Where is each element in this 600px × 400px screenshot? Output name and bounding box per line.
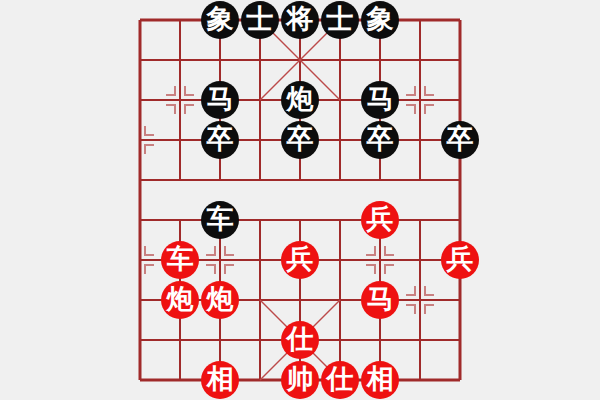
red-cannon-piece[interactable]: 炮 (201, 281, 239, 319)
intersection-4-3[interactable]: 卒 (280, 120, 320, 160)
intersection-4-8[interactable]: 仕 (280, 320, 320, 360)
intersection-6-0[interactable]: 象 (360, 0, 400, 40)
black-general-piece[interactable]: 将 (281, 1, 319, 39)
intersection-0-1[interactable] (120, 40, 160, 80)
black-chariot-piece[interactable]: 车 (201, 201, 239, 239)
intersection-3-0[interactable]: 士 (240, 0, 280, 40)
intersection-6-2[interactable]: 马 (360, 80, 400, 120)
intersection-8-5[interactable] (440, 200, 480, 240)
red-soldier-piece[interactable]: 兵 (361, 201, 399, 239)
red-elephant-piece[interactable]: 相 (201, 361, 239, 399)
intersection-2-8[interactable] (200, 320, 240, 360)
intersection-1-2[interactable] (160, 80, 200, 120)
black-soldier-piece[interactable]: 卒 (281, 121, 319, 159)
intersection-7-3[interactable] (400, 120, 440, 160)
red-advisor-piece[interactable]: 仕 (281, 321, 319, 359)
intersection-1-9[interactable] (160, 360, 200, 400)
intersection-4-1[interactable] (280, 40, 320, 80)
intersection-5-6[interactable] (320, 240, 360, 280)
black-horse-piece[interactable]: 马 (361, 81, 399, 119)
black-soldier-piece[interactable]: 卒 (201, 121, 239, 159)
board-grid: 象士将士象马炮马卒卒卒卒车兵车兵兵炮炮马仕相帅仕相 (120, 0, 480, 400)
red-advisor-piece[interactable]: 仕 (321, 361, 359, 399)
intersection-3-7[interactable] (240, 280, 280, 320)
intersection-2-6[interactable] (200, 240, 240, 280)
intersection-8-7[interactable] (440, 280, 480, 320)
intersection-2-7[interactable]: 炮 (200, 280, 240, 320)
intersection-0-7[interactable] (120, 280, 160, 320)
intersection-7-2[interactable] (400, 80, 440, 120)
intersection-4-2[interactable]: 炮 (280, 80, 320, 120)
intersection-0-5[interactable] (120, 200, 160, 240)
intersection-0-4[interactable] (120, 160, 160, 200)
intersection-3-5[interactable] (240, 200, 280, 240)
intersection-0-8[interactable] (120, 320, 160, 360)
red-cannon-piece[interactable]: 炮 (161, 281, 199, 319)
intersection-0-2[interactable] (120, 80, 160, 120)
intersection-1-7[interactable]: 炮 (160, 280, 200, 320)
intersection-3-3[interactable] (240, 120, 280, 160)
intersection-8-8[interactable] (440, 320, 480, 360)
intersection-5-2[interactable] (320, 80, 360, 120)
intersection-3-9[interactable] (240, 360, 280, 400)
intersection-1-0[interactable] (160, 0, 200, 40)
intersection-2-5[interactable]: 车 (200, 200, 240, 240)
black-soldier-piece[interactable]: 卒 (361, 121, 399, 159)
intersection-1-3[interactable] (160, 120, 200, 160)
black-soldier-piece[interactable]: 卒 (441, 121, 479, 159)
red-soldier-piece[interactable]: 兵 (281, 241, 319, 279)
intersection-1-4[interactable] (160, 160, 200, 200)
intersection-4-7[interactable] (280, 280, 320, 320)
intersection-1-8[interactable] (160, 320, 200, 360)
intersection-0-0[interactable] (120, 0, 160, 40)
intersection-8-6[interactable]: 兵 (440, 240, 480, 280)
black-advisor-piece[interactable]: 士 (241, 1, 279, 39)
red-soldier-piece[interactable]: 兵 (441, 241, 479, 279)
intersection-6-7[interactable]: 马 (360, 280, 400, 320)
intersection-5-0[interactable]: 士 (320, 0, 360, 40)
intersection-3-1[interactable] (240, 40, 280, 80)
intersection-4-0[interactable]: 将 (280, 0, 320, 40)
intersection-2-1[interactable] (200, 40, 240, 80)
red-chariot-piece[interactable]: 车 (161, 241, 199, 279)
intersection-0-3[interactable] (120, 120, 160, 160)
intersection-6-9[interactable]: 相 (360, 360, 400, 400)
intersection-2-3[interactable]: 卒 (200, 120, 240, 160)
black-horse-piece[interactable]: 马 (201, 81, 239, 119)
intersection-5-9[interactable]: 仕 (320, 360, 360, 400)
intersection-2-9[interactable]: 相 (200, 360, 240, 400)
intersection-6-1[interactable] (360, 40, 400, 80)
black-advisor-piece[interactable]: 士 (321, 1, 359, 39)
intersection-6-5[interactable]: 兵 (360, 200, 400, 240)
intersection-3-6[interactable] (240, 240, 280, 280)
intersection-4-5[interactable] (280, 200, 320, 240)
intersection-7-0[interactable] (400, 0, 440, 40)
intersection-7-5[interactable] (400, 200, 440, 240)
intersection-7-9[interactable] (400, 360, 440, 400)
intersection-5-1[interactable] (320, 40, 360, 80)
intersection-2-0[interactable]: 象 (200, 0, 240, 40)
intersection-7-1[interactable] (400, 40, 440, 80)
intersection-6-4[interactable] (360, 160, 400, 200)
intersection-1-1[interactable] (160, 40, 200, 80)
intersection-8-1[interactable] (440, 40, 480, 80)
intersection-5-3[interactable] (320, 120, 360, 160)
intersection-5-4[interactable] (320, 160, 360, 200)
xiangqi-board: 象士将士象马炮马卒卒卒卒车兵车兵兵炮炮马仕相帅仕相 (0, 0, 600, 400)
intersection-6-3[interactable]: 卒 (360, 120, 400, 160)
intersection-2-4[interactable] (200, 160, 240, 200)
intersection-5-5[interactable] (320, 200, 360, 240)
intersection-6-8[interactable] (360, 320, 400, 360)
red-horse-piece[interactable]: 马 (361, 281, 399, 319)
intersection-4-6[interactable]: 兵 (280, 240, 320, 280)
intersection-8-4[interactable] (440, 160, 480, 200)
intersection-7-8[interactable] (400, 320, 440, 360)
intersection-7-7[interactable] (400, 280, 440, 320)
intersection-3-4[interactable] (240, 160, 280, 200)
intersection-8-9[interactable] (440, 360, 480, 400)
black-elephant-piece[interactable]: 象 (361, 1, 399, 39)
intersection-8-2[interactable] (440, 80, 480, 120)
intersection-5-7[interactable] (320, 280, 360, 320)
black-elephant-piece[interactable]: 象 (201, 1, 239, 39)
intersection-1-6[interactable]: 车 (160, 240, 200, 280)
intersection-4-4[interactable] (280, 160, 320, 200)
intersection-8-3[interactable]: 卒 (440, 120, 480, 160)
intersection-2-2[interactable]: 马 (200, 80, 240, 120)
intersection-5-8[interactable] (320, 320, 360, 360)
intersection-0-9[interactable] (120, 360, 160, 400)
intersection-4-9[interactable]: 帅 (280, 360, 320, 400)
intersection-0-6[interactable] (120, 240, 160, 280)
red-general-piece[interactable]: 帅 (281, 361, 319, 399)
intersection-7-4[interactable] (400, 160, 440, 200)
black-cannon-piece[interactable]: 炮 (281, 81, 319, 119)
red-elephant-piece[interactable]: 相 (361, 361, 399, 399)
intersection-3-2[interactable] (240, 80, 280, 120)
intersection-1-5[interactable] (160, 200, 200, 240)
intersection-8-0[interactable] (440, 0, 480, 40)
intersection-3-8[interactable] (240, 320, 280, 360)
intersection-6-6[interactable] (360, 240, 400, 280)
intersection-7-6[interactable] (400, 240, 440, 280)
